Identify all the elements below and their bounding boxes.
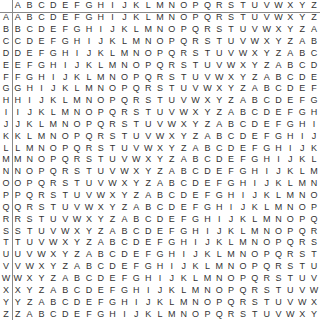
grid-cell: V bbox=[36, 237, 48, 249]
grid-cell: Q bbox=[107, 107, 119, 119]
grid-cell: U bbox=[107, 154, 119, 166]
grid-cell: M bbox=[71, 95, 83, 107]
grid-cell: D bbox=[213, 154, 225, 166]
grid-cell: C bbox=[308, 47, 320, 59]
grid-cell: Y bbox=[107, 201, 119, 213]
grid-cell: F bbox=[308, 83, 320, 95]
header-col-B: B bbox=[24, 0, 36, 12]
grid-cell: O bbox=[107, 83, 119, 95]
grid-cell: F bbox=[47, 36, 59, 48]
grid-cell: G bbox=[83, 12, 95, 24]
grid-cell: M bbox=[273, 201, 285, 213]
grid-cell: I bbox=[296, 130, 308, 142]
grid-cell: K bbox=[225, 225, 237, 237]
header-col-L: L bbox=[142, 0, 154, 12]
grid-cell: D bbox=[190, 178, 202, 190]
grid-cell: N bbox=[273, 213, 285, 225]
header-col-R: R bbox=[213, 0, 225, 12]
grid-cell: L bbox=[71, 83, 83, 95]
grid-cell: E bbox=[249, 130, 261, 142]
grid-cell: U bbox=[71, 190, 83, 202]
grid-cell: G bbox=[190, 213, 202, 225]
grid-cell: D bbox=[95, 273, 107, 285]
grid-cell: B bbox=[59, 284, 71, 296]
grid-cell: C bbox=[261, 95, 273, 107]
grid-cell: Q bbox=[201, 12, 213, 24]
grid-cell: S bbox=[237, 308, 249, 320]
grid-cell: F bbox=[36, 47, 48, 59]
grid-cell: F bbox=[107, 284, 119, 296]
header-col-W: W bbox=[273, 0, 285, 12]
grid-cell: Z bbox=[237, 83, 249, 95]
grid-cell: X bbox=[95, 201, 107, 213]
grid-cell: Y bbox=[142, 166, 154, 178]
grid-cell: H bbox=[24, 83, 36, 95]
grid-cell: O bbox=[83, 107, 95, 119]
grid-cell: A bbox=[119, 213, 131, 225]
grid-cell: E bbox=[83, 296, 95, 308]
grid-cell: E bbox=[261, 119, 273, 131]
grid-cell: P bbox=[213, 296, 225, 308]
grid-cell: I bbox=[71, 47, 83, 59]
grid-cell: U bbox=[284, 284, 296, 296]
grid-cell: T bbox=[12, 237, 24, 249]
grid-cell: J bbox=[190, 249, 202, 261]
grid-cell: H bbox=[284, 130, 296, 142]
grid-cell: C bbox=[119, 237, 131, 249]
grid-cell: I bbox=[166, 261, 178, 273]
grid-cell: D bbox=[24, 36, 36, 48]
grid-cell: F bbox=[178, 213, 190, 225]
grid-cell: D bbox=[225, 142, 237, 154]
grid-cell: B bbox=[95, 249, 107, 261]
grid-cell: I bbox=[284, 142, 296, 154]
grid-cell: P bbox=[119, 83, 131, 95]
grid-cell: X bbox=[142, 154, 154, 166]
grid-cell: M bbox=[95, 71, 107, 83]
grid-cell: Q bbox=[59, 154, 71, 166]
grid-cell: J bbox=[261, 178, 273, 190]
grid-cell: E bbox=[154, 225, 166, 237]
grid-cell: R bbox=[95, 130, 107, 142]
grid-cell: M bbox=[201, 273, 213, 285]
grid-cell: K bbox=[201, 249, 213, 261]
grid-cell: F bbox=[213, 178, 225, 190]
grid-cell: M bbox=[107, 59, 119, 71]
grid-cell: C bbox=[95, 261, 107, 273]
grid-cell: H bbox=[296, 119, 308, 131]
grid-cell: Z bbox=[201, 119, 213, 131]
grid-cell: P bbox=[142, 59, 154, 71]
grid-cell: Y bbox=[59, 249, 71, 261]
grid-cell: T bbox=[142, 107, 154, 119]
grid-cell: M bbox=[237, 237, 249, 249]
grid-cell: P bbox=[59, 142, 71, 154]
grid-cell: S bbox=[36, 201, 48, 213]
grid-cell: Z bbox=[119, 201, 131, 213]
grid-cell: S bbox=[213, 24, 225, 36]
grid-cell: E bbox=[24, 47, 36, 59]
grid-cell: U bbox=[296, 273, 308, 285]
grid-cell: I bbox=[47, 71, 59, 83]
grid-cell: L bbox=[284, 178, 296, 190]
header-row-X: X bbox=[0, 284, 12, 296]
grid-cell: F bbox=[142, 249, 154, 261]
grid-cell: Q bbox=[296, 225, 308, 237]
grid-cell: J bbox=[59, 71, 71, 83]
grid-cell: E bbox=[213, 166, 225, 178]
grid-cell: I bbox=[178, 249, 190, 261]
grid-cell: E bbox=[178, 201, 190, 213]
grid-cell: Q bbox=[71, 142, 83, 154]
grid-cell: O bbox=[142, 47, 154, 59]
grid-cell: C bbox=[225, 130, 237, 142]
grid-cell: P bbox=[24, 178, 36, 190]
grid-cell: C bbox=[296, 59, 308, 71]
grid-cell: V bbox=[119, 154, 131, 166]
header-row-S: S bbox=[0, 225, 12, 237]
grid-cell: F bbox=[284, 107, 296, 119]
grid-cell: J bbox=[308, 130, 320, 142]
grid-cell: F bbox=[273, 119, 285, 131]
grid-cell: J bbox=[12, 119, 24, 131]
grid-cell: X bbox=[130, 166, 142, 178]
header-col-O: O bbox=[178, 0, 190, 12]
grid-cell: L bbox=[213, 249, 225, 261]
grid-cell: J bbox=[119, 12, 131, 24]
grid-cell: O bbox=[308, 190, 320, 202]
grid-cell: T bbox=[237, 12, 249, 24]
grid-cell: E bbox=[142, 237, 154, 249]
grid-cell: V bbox=[95, 178, 107, 190]
header-row-O: O bbox=[0, 178, 12, 190]
grid-cell: L bbox=[249, 213, 261, 225]
grid-cell: E bbox=[36, 36, 48, 48]
grid-cell: E bbox=[12, 59, 24, 71]
grid-cell: M bbox=[178, 296, 190, 308]
grid-cell: E bbox=[71, 308, 83, 320]
grid-cell: A bbox=[273, 59, 285, 71]
grid-cell: D bbox=[83, 284, 95, 296]
grid-cell: D bbox=[284, 83, 296, 95]
header-row-divider bbox=[0, 12, 320, 13]
grid-cell: J bbox=[213, 225, 225, 237]
grid-cell: Q bbox=[95, 119, 107, 131]
grid-cell: G bbox=[237, 166, 249, 178]
header-col-H: H bbox=[95, 0, 107, 12]
grid-cell: F bbox=[237, 154, 249, 166]
grid-cell: J bbox=[47, 83, 59, 95]
grid-cell: M bbox=[154, 12, 166, 24]
grid-cell: E bbox=[296, 83, 308, 95]
grid-cell: T bbox=[83, 166, 95, 178]
grid-cell: V bbox=[130, 142, 142, 154]
grid-cell: L bbox=[119, 36, 131, 48]
grid-cell: Y bbox=[225, 83, 237, 95]
grid-cell: T bbox=[261, 296, 273, 308]
grid-cell: G bbox=[296, 107, 308, 119]
grid-cell: W bbox=[107, 178, 119, 190]
grid-cell: O bbox=[249, 249, 261, 261]
grid-cell: I bbox=[36, 83, 48, 95]
grid-cell: I bbox=[273, 154, 285, 166]
grid-cell: U bbox=[154, 107, 166, 119]
grid-cell: Q bbox=[273, 249, 285, 261]
grid-cell: J bbox=[249, 190, 261, 202]
grid-cell: B bbox=[249, 95, 261, 107]
grid-cell: V bbox=[59, 213, 71, 225]
grid-cell: G bbox=[95, 308, 107, 320]
grid-cell: B bbox=[225, 119, 237, 131]
grid-cell: N bbox=[47, 130, 59, 142]
grid-cell: H bbox=[166, 249, 178, 261]
grid-cell: V bbox=[107, 166, 119, 178]
grid-cell: X bbox=[47, 249, 59, 261]
grid-cell: G bbox=[107, 296, 119, 308]
grid-cell: D bbox=[130, 237, 142, 249]
grid-cell: C bbox=[36, 12, 48, 24]
grid-cell: U bbox=[237, 24, 249, 36]
grid-cell: H bbox=[59, 47, 71, 59]
grid-cell: A bbox=[36, 296, 48, 308]
grid-cell: Q bbox=[308, 213, 320, 225]
header-row-P: P bbox=[0, 190, 12, 202]
grid-cell: L bbox=[296, 166, 308, 178]
grid-cell: Y bbox=[36, 273, 48, 285]
grid-cell: P bbox=[83, 119, 95, 131]
grid-cell: C bbox=[24, 24, 36, 36]
grid-cell: I bbox=[261, 166, 273, 178]
header-col-E: E bbox=[59, 0, 71, 12]
grid-cell: I bbox=[119, 308, 131, 320]
grid-cell: W bbox=[261, 24, 273, 36]
header-col-K: K bbox=[130, 0, 142, 12]
header-row-J: J bbox=[0, 119, 12, 131]
grid-cell: D bbox=[142, 225, 154, 237]
grid-cell: K bbox=[130, 12, 142, 24]
grid-cell: W bbox=[296, 296, 308, 308]
grid-cell: I bbox=[249, 178, 261, 190]
grid-cell: X bbox=[154, 142, 166, 154]
grid-cell: H bbox=[213, 201, 225, 213]
grid-cell: V bbox=[142, 130, 154, 142]
grid-cell: A bbox=[190, 142, 202, 154]
grid-cell: B bbox=[47, 296, 59, 308]
grid-cell: V bbox=[296, 284, 308, 296]
grid-cell: P bbox=[166, 36, 178, 48]
grid-cell: C bbox=[273, 83, 285, 95]
grid-cell: W bbox=[249, 36, 261, 48]
grid-cell: N bbox=[237, 249, 249, 261]
grid-cell: W bbox=[154, 130, 166, 142]
grid-cell: J bbox=[95, 36, 107, 48]
grid-cell: M bbox=[190, 284, 202, 296]
grid-cell: Q bbox=[154, 59, 166, 71]
grid-cell: U bbox=[142, 119, 154, 131]
grid-cell: H bbox=[47, 59, 59, 71]
grid-cell: T bbox=[296, 261, 308, 273]
header-col-D: D bbox=[47, 0, 59, 12]
grid-cell: W bbox=[71, 213, 83, 225]
grid-cell: T bbox=[71, 178, 83, 190]
grid-cell: K bbox=[261, 190, 273, 202]
grid-cell: Y bbox=[12, 296, 24, 308]
header-col-N: N bbox=[166, 0, 178, 12]
grid-cell: N bbox=[296, 190, 308, 202]
grid-cell: I bbox=[201, 225, 213, 237]
grid-cell: S bbox=[83, 154, 95, 166]
grid-cell: O bbox=[225, 273, 237, 285]
grid-cell: U bbox=[83, 178, 95, 190]
grid-cell: J bbox=[107, 24, 119, 36]
grid-cell: C bbox=[130, 225, 142, 237]
corner-cell bbox=[0, 0, 12, 12]
grid-cell: S bbox=[142, 95, 154, 107]
grid-cell: K bbox=[296, 154, 308, 166]
grid-cell: I bbox=[12, 107, 24, 119]
grid-cell: S bbox=[12, 225, 24, 237]
grid-cell: T bbox=[284, 273, 296, 285]
grid-cell: S bbox=[24, 213, 36, 225]
grid-cell: Y bbox=[284, 24, 296, 36]
grid-cell: N bbox=[178, 308, 190, 320]
grid-cell: R bbox=[36, 190, 48, 202]
grid-cell: B bbox=[308, 36, 320, 48]
grid-cell: P bbox=[71, 130, 83, 142]
grid-cell: P bbox=[154, 47, 166, 59]
grid-cell: U bbox=[59, 201, 71, 213]
grid-cell: R bbox=[59, 166, 71, 178]
grid-cell: Y bbox=[296, 12, 308, 24]
grid-cell: P bbox=[284, 225, 296, 237]
grid-cell: H bbox=[95, 12, 107, 24]
grid-cell: A bbox=[178, 154, 190, 166]
grid-cell: X bbox=[237, 59, 249, 71]
grid-cell: Z bbox=[142, 178, 154, 190]
grid-cell: D bbox=[273, 95, 285, 107]
grid-cell: X bbox=[83, 213, 95, 225]
grid-cell: J bbox=[130, 308, 142, 320]
grid-cell: F bbox=[166, 225, 178, 237]
grid-cell: M bbox=[261, 213, 273, 225]
grid-cell: C bbox=[12, 36, 24, 48]
grid-cell: P bbox=[201, 308, 213, 320]
grid-cell: T bbox=[154, 95, 166, 107]
grid-cell: U bbox=[273, 296, 285, 308]
grid-cell: P bbox=[178, 24, 190, 36]
grid-cell: R bbox=[142, 83, 154, 95]
grid-cell: I bbox=[190, 237, 202, 249]
grid-cell: D bbox=[119, 249, 131, 261]
grid-cell: O bbox=[273, 225, 285, 237]
grid-cell: H bbox=[142, 273, 154, 285]
grid-cell: Q bbox=[130, 83, 142, 95]
grid-cell: S bbox=[59, 178, 71, 190]
grid-cell: J bbox=[24, 107, 36, 119]
grid-cell: X bbox=[225, 71, 237, 83]
grid-cell: E bbox=[308, 71, 320, 83]
grid-cell: Q bbox=[24, 190, 36, 202]
grid-cell: N bbox=[59, 119, 71, 131]
grid-cell: Y bbox=[166, 142, 178, 154]
grid-cell: B bbox=[201, 142, 213, 154]
grid-cell: F bbox=[296, 95, 308, 107]
grid-cell: S bbox=[273, 273, 285, 285]
grid-cell: W bbox=[190, 95, 202, 107]
grid-cell: I bbox=[154, 273, 166, 285]
grid-cell: H bbox=[71, 36, 83, 48]
grid-cell: F bbox=[12, 71, 24, 83]
grid-cell: V bbox=[308, 273, 320, 285]
grid-cell: N bbox=[83, 95, 95, 107]
grid-cell: Y bbox=[71, 237, 83, 249]
grid-cell: O bbox=[47, 142, 59, 154]
grid-cell: P bbox=[36, 166, 48, 178]
grid-cell: N bbox=[308, 178, 320, 190]
grid-cell: K bbox=[107, 36, 119, 48]
grid-cell: W bbox=[166, 119, 178, 131]
grid-cell: E bbox=[273, 107, 285, 119]
grid-cell: D bbox=[107, 261, 119, 273]
grid-cell: A bbox=[225, 107, 237, 119]
grid-cell: T bbox=[213, 36, 225, 48]
grid-cell: A bbox=[83, 249, 95, 261]
grid-cell: V bbox=[47, 225, 59, 237]
grid-cell: W bbox=[142, 142, 154, 154]
grid-cell: A bbox=[166, 166, 178, 178]
header-row-N: N bbox=[0, 166, 12, 178]
grid-cell: L bbox=[107, 47, 119, 59]
grid-cell: F bbox=[119, 273, 131, 285]
grid-cell: X bbox=[36, 261, 48, 273]
grid-cell: G bbox=[154, 249, 166, 261]
grid-cell: D bbox=[296, 71, 308, 83]
grid-cell: I bbox=[225, 201, 237, 213]
grid-cell: R bbox=[284, 249, 296, 261]
grid-cell: Q bbox=[213, 308, 225, 320]
grid-cell: H bbox=[36, 71, 48, 83]
grid-cell: Q bbox=[36, 178, 48, 190]
grid-cell: K bbox=[36, 107, 48, 119]
grid-cell: Q bbox=[83, 130, 95, 142]
header-col-P: P bbox=[190, 0, 202, 12]
grid-cell: I bbox=[83, 36, 95, 48]
grid-cell: O bbox=[59, 130, 71, 142]
header-row-Z: Z bbox=[0, 308, 12, 320]
grid-cell: V bbox=[201, 71, 213, 83]
grid-cell: U bbox=[24, 237, 36, 249]
grid-cell: H bbox=[107, 308, 119, 320]
grid-cell: G bbox=[71, 24, 83, 36]
grid-cell: R bbox=[190, 36, 202, 48]
grid-cell: W bbox=[12, 273, 24, 285]
grid-cell: L bbox=[59, 95, 71, 107]
grid-cell: R bbox=[154, 71, 166, 83]
grid-cell: K bbox=[83, 59, 95, 71]
grid-cell: R bbox=[237, 296, 249, 308]
grid-cell: Y bbox=[237, 71, 249, 83]
grid-cell: Q bbox=[225, 296, 237, 308]
grid-cell: M bbox=[47, 119, 59, 131]
grid-cell: Y bbox=[213, 95, 225, 107]
grid-cell: E bbox=[190, 190, 202, 202]
grid-cell: D bbox=[249, 119, 261, 131]
grid-cell: D bbox=[166, 201, 178, 213]
grid-cell: P bbox=[308, 201, 320, 213]
grid-cell: S bbox=[249, 296, 261, 308]
grid-cell: R bbox=[71, 154, 83, 166]
grid-cell: V bbox=[190, 83, 202, 95]
